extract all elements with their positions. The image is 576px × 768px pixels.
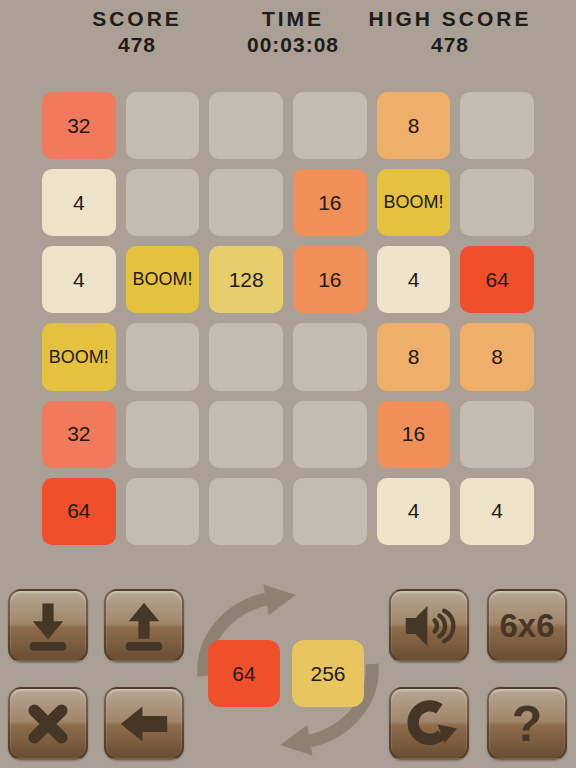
speaker-icon: [397, 596, 461, 656]
score-display: SCORE 478: [92, 6, 182, 58]
tile-r2c4: 16: [293, 169, 367, 236]
empty-cell-r5c2: [126, 401, 200, 468]
tile-r2c1: 4: [42, 169, 116, 236]
load-button[interactable]: [104, 589, 184, 662]
score-value: 478: [92, 32, 182, 58]
tile-r6c1: 64: [42, 478, 116, 545]
high-score-label: HIGH SCORE: [368, 6, 531, 32]
tile-r4c5: 8: [377, 323, 451, 390]
time-value: 00:03:08: [247, 32, 339, 58]
tile-r3c4: 16: [293, 246, 367, 313]
empty-cell-r1c2: [126, 92, 200, 159]
x-icon: [16, 694, 80, 754]
empty-cell-r5c6: [460, 401, 534, 468]
undo-button[interactable]: [104, 687, 184, 760]
empty-cell-r2c3: [209, 169, 283, 236]
time-display: TIME 00:03:08: [247, 6, 339, 58]
tile-r3c3: 128: [209, 246, 283, 313]
tile-r3c6: 64: [460, 246, 534, 313]
empty-cell-r4c2: [126, 323, 200, 390]
tile-r1c5: 8: [377, 92, 451, 159]
restart-button[interactable]: [389, 687, 469, 760]
board[interactable]: 328416BOOM!4BOOM!12816464BOOM!8832166444: [42, 92, 534, 545]
tile-r3c2: BOOM!: [126, 246, 200, 313]
tile-r3c5: 4: [377, 246, 451, 313]
empty-cell-r1c4: [293, 92, 367, 159]
download-icon: [16, 596, 80, 656]
grid-size-button[interactable]: 6x6: [487, 589, 567, 662]
high-score-value: 478: [368, 32, 531, 58]
empty-cell-r1c6: [460, 92, 534, 159]
empty-cell-r1c3: [209, 92, 283, 159]
tile-r6c5: 4: [377, 478, 451, 545]
help-label: ?: [512, 699, 543, 749]
tile-r1c1: 32: [42, 92, 116, 159]
tile-r4c1: BOOM!: [42, 323, 116, 390]
sound-button[interactable]: [389, 589, 469, 662]
tile-r5c1: 32: [42, 401, 116, 468]
score-label: SCORE: [92, 6, 182, 32]
time-label: TIME: [247, 6, 339, 32]
grid-size-label: 6x6: [499, 607, 554, 645]
tile-r6c6: 4: [460, 478, 534, 545]
next-tile-left: 64: [208, 640, 280, 707]
left-arrow-icon: [112, 694, 176, 754]
empty-cell-r6c4: [293, 478, 367, 545]
tile-r4c6: 8: [460, 323, 534, 390]
empty-cell-r4c3: [209, 323, 283, 390]
upload-icon: [112, 596, 176, 656]
close-button[interactable]: [8, 687, 88, 760]
next-tile-right: 256: [292, 640, 364, 707]
empty-cell-r2c2: [126, 169, 200, 236]
restart-icon: [397, 694, 461, 754]
help-button[interactable]: ?: [487, 687, 567, 760]
empty-cell-r4c4: [293, 323, 367, 390]
empty-cell-r6c3: [209, 478, 283, 545]
empty-cell-r5c4: [293, 401, 367, 468]
tile-r2c5: BOOM!: [377, 169, 451, 236]
empty-cell-r5c3: [209, 401, 283, 468]
high-score-display: HIGH SCORE 478: [368, 6, 531, 58]
tile-r3c1: 4: [42, 246, 116, 313]
empty-cell-r6c2: [126, 478, 200, 545]
save-button[interactable]: [8, 589, 88, 662]
tile-r5c5: 16: [377, 401, 451, 468]
empty-cell-r2c6: [460, 169, 534, 236]
